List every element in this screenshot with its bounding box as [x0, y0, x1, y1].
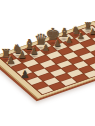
piece-white-pawn-c2[interactable]: ♟ — [30, 47, 39, 57]
photo-stage: ♜♞♝♛♚♝♞♜♟♟♟♟♟♟♟♟♟ — [0, 0, 95, 126]
piece-white-pawn-g2[interactable]: ♟ — [77, 32, 84, 40]
piece-white-pawn-d2[interactable]: ♟ — [42, 43, 50, 52]
piece-white-pawn-a2[interactable]: ♟ — [6, 54, 15, 64]
piece-white-pawn-f2[interactable]: ♟ — [65, 36, 73, 45]
piece-white-pawn-h2[interactable]: ♟ — [89, 28, 95, 36]
piece-black-pawn-a5[interactable]: ♟ — [20, 68, 29, 78]
piece-white-pawn-e2[interactable]: ♟ — [53, 39, 61, 48]
piece-white-pawn-b2[interactable]: ♟ — [18, 51, 27, 61]
